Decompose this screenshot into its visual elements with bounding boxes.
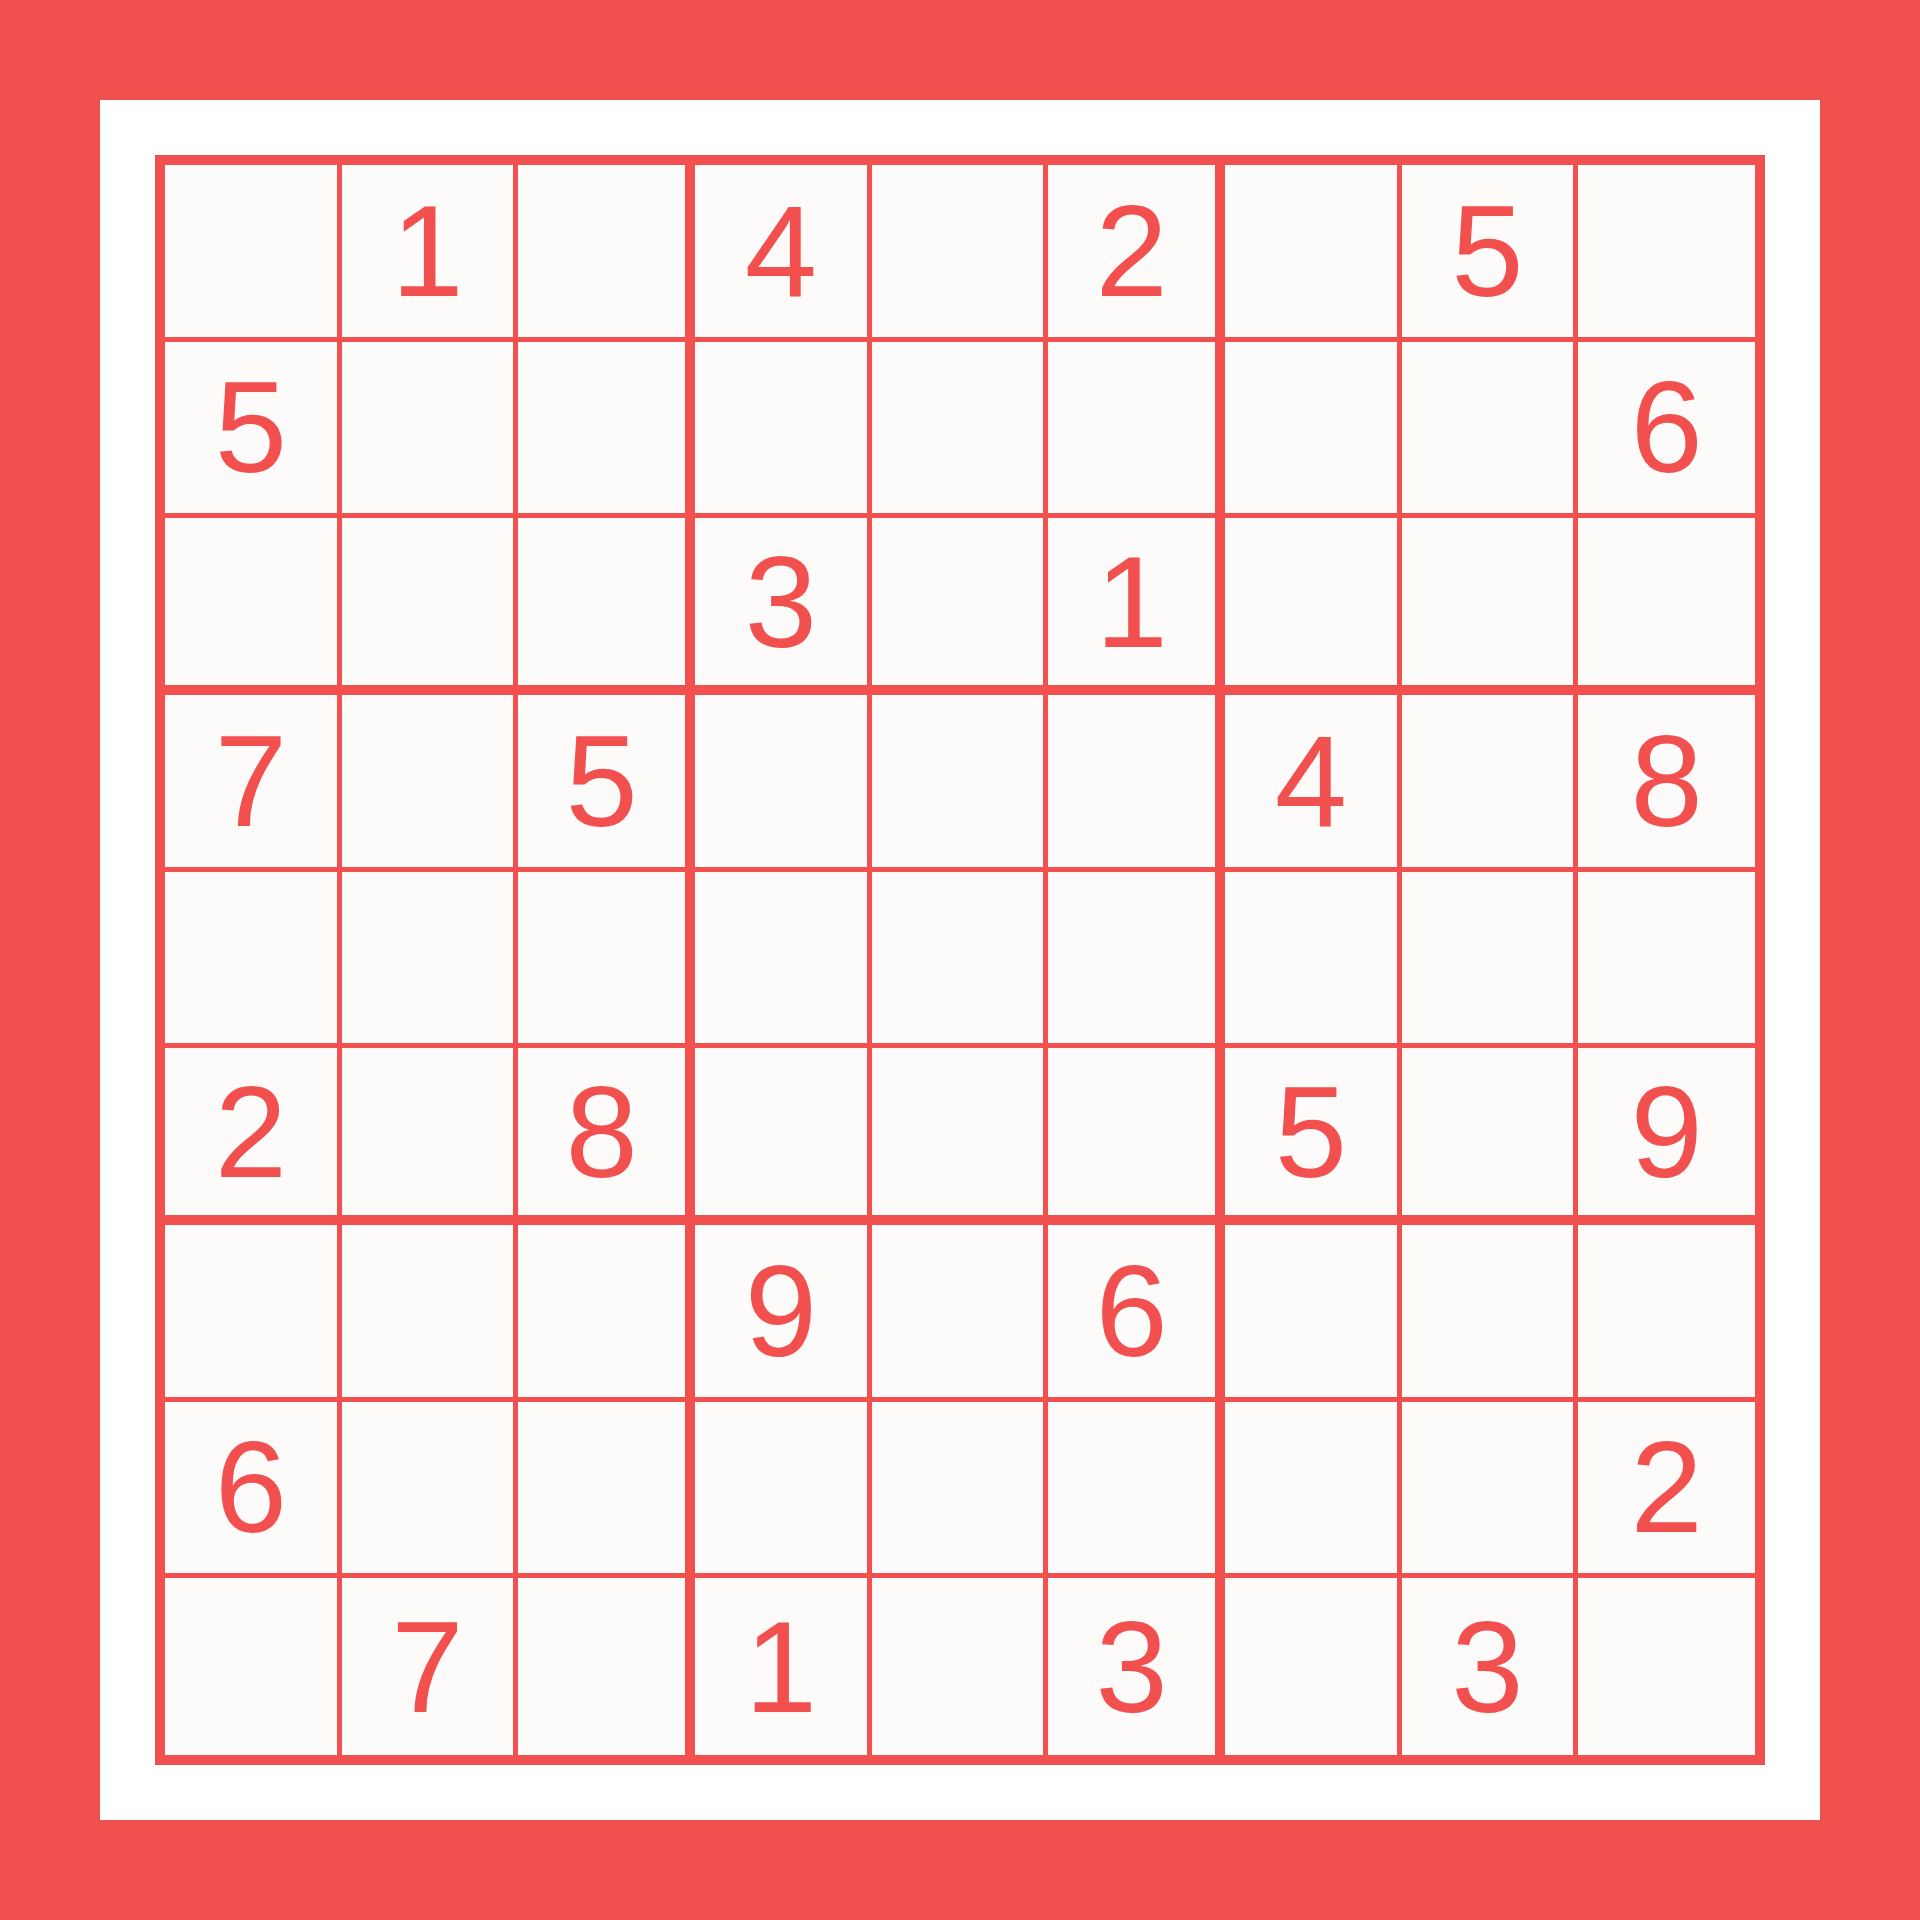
sudoku-cell-r5c1-empty[interactable] — [165, 872, 342, 1049]
sudoku-cell-r5c4-empty[interactable] — [695, 872, 872, 1049]
sudoku-cell-r7c6-given: 6 — [1048, 1225, 1225, 1402]
sudoku-cell-r2c7-empty[interactable] — [1225, 342, 1402, 519]
sudoku-cell-r2c4-empty[interactable] — [695, 342, 872, 519]
sudoku-cell-r4c4-empty[interactable] — [695, 695, 872, 872]
sudoku-cell-r5c2-empty[interactable] — [342, 872, 519, 1049]
sudoku-cell-r9c9-empty[interactable] — [1578, 1578, 1755, 1755]
sudoku-cell-r5c7-empty[interactable] — [1225, 872, 1402, 1049]
sudoku-cell-r4c1-given: 7 — [165, 695, 342, 872]
sudoku-cell-r5c6-empty[interactable] — [1048, 872, 1225, 1049]
sudoku-cell-r3c8-empty[interactable] — [1402, 518, 1579, 695]
sudoku-cell-r7c4-given: 9 — [695, 1225, 872, 1402]
sudoku-cell-r7c8-empty[interactable] — [1402, 1225, 1579, 1402]
sudoku-cell-r6c3-given: 8 — [518, 1048, 695, 1225]
sudoku-cell-r4c2-empty[interactable] — [342, 695, 519, 872]
sudoku-cell-r1c4-given: 4 — [695, 165, 872, 342]
sudoku-cell-r2c9-given: 6 — [1578, 342, 1755, 519]
sudoku-cell-r6c6-empty[interactable] — [1048, 1048, 1225, 1225]
sudoku-cell-r4c3-given: 5 — [518, 695, 695, 872]
sudoku-cell-r3c3-empty[interactable] — [518, 518, 695, 695]
sudoku-cell-r9c3-empty[interactable] — [518, 1578, 695, 1755]
sudoku-cell-r1c9-empty[interactable] — [1578, 165, 1755, 342]
sudoku-cell-r8c7-empty[interactable] — [1225, 1402, 1402, 1579]
sudoku-cell-r3c7-empty[interactable] — [1225, 518, 1402, 695]
sudoku-cell-r8c4-empty[interactable] — [695, 1402, 872, 1579]
sudoku-cell-r5c5-empty[interactable] — [872, 872, 1049, 1049]
sudoku-cell-r8c9-given: 2 — [1578, 1402, 1755, 1579]
sudoku-cell-r1c1-empty[interactable] — [165, 165, 342, 342]
sudoku-cell-r1c6-given: 2 — [1048, 165, 1225, 342]
sudoku-cell-r1c7-empty[interactable] — [1225, 165, 1402, 342]
sudoku-cell-r9c6-given: 3 — [1048, 1578, 1225, 1755]
white-board-panel: 142556317548285996627133 — [100, 100, 1820, 1820]
sudoku-cell-r2c8-empty[interactable] — [1402, 342, 1579, 519]
sudoku-cell-r7c3-empty[interactable] — [518, 1225, 695, 1402]
sudoku-cell-r4c7-given: 4 — [1225, 695, 1402, 872]
sudoku-cell-r1c5-empty[interactable] — [872, 165, 1049, 342]
sudoku-cell-r5c8-empty[interactable] — [1402, 872, 1579, 1049]
sudoku-cell-r8c5-empty[interactable] — [872, 1402, 1049, 1579]
sudoku-cell-r3c2-empty[interactable] — [342, 518, 519, 695]
sudoku-cell-r2c5-empty[interactable] — [872, 342, 1049, 519]
sudoku-cell-r9c7-empty[interactable] — [1225, 1578, 1402, 1755]
sudoku-cell-r6c7-given: 5 — [1225, 1048, 1402, 1225]
sudoku-cell-r2c3-empty[interactable] — [518, 342, 695, 519]
sudoku-cell-r7c7-empty[interactable] — [1225, 1225, 1402, 1402]
sudoku-cell-r6c4-empty[interactable] — [695, 1048, 872, 1225]
sudoku-cell-r5c3-empty[interactable] — [518, 872, 695, 1049]
sudoku-cell-r6c8-empty[interactable] — [1402, 1048, 1579, 1225]
sudoku-cell-r1c3-empty[interactable] — [518, 165, 695, 342]
sudoku-cell-r7c9-empty[interactable] — [1578, 1225, 1755, 1402]
sudoku-cell-r3c1-empty[interactable] — [165, 518, 342, 695]
sudoku-cell-r2c1-given: 5 — [165, 342, 342, 519]
sudoku-cell-r8c1-given: 6 — [165, 1402, 342, 1579]
sudoku-cell-r6c1-given: 2 — [165, 1048, 342, 1225]
sudoku-cell-r1c2-given: 1 — [342, 165, 519, 342]
sudoku-cell-r4c6-empty[interactable] — [1048, 695, 1225, 872]
page-background: { "game": "sudoku", "board": { "rows": 9… — [0, 0, 1920, 1920]
sudoku-cell-r8c3-empty[interactable] — [518, 1402, 695, 1579]
sudoku-cell-r7c1-empty[interactable] — [165, 1225, 342, 1402]
sudoku-cell-r6c5-empty[interactable] — [872, 1048, 1049, 1225]
sudoku-cell-r7c2-empty[interactable] — [342, 1225, 519, 1402]
sudoku-cell-r3c5-empty[interactable] — [872, 518, 1049, 695]
sudoku-cell-r4c5-empty[interactable] — [872, 695, 1049, 872]
sudoku-cell-r4c8-empty[interactable] — [1402, 695, 1579, 872]
sudoku-board: 142556317548285996627133 — [155, 155, 1765, 1765]
sudoku-cell-r8c6-empty[interactable] — [1048, 1402, 1225, 1579]
sudoku-cell-r6c2-empty[interactable] — [342, 1048, 519, 1225]
sudoku-cell-r3c9-empty[interactable] — [1578, 518, 1755, 695]
sudoku-cell-r6c9-given: 9 — [1578, 1048, 1755, 1225]
sudoku-cell-r2c6-empty[interactable] — [1048, 342, 1225, 519]
sudoku-cell-r5c9-empty[interactable] — [1578, 872, 1755, 1049]
sudoku-cell-r8c8-empty[interactable] — [1402, 1402, 1579, 1579]
sudoku-cell-r9c5-empty[interactable] — [872, 1578, 1049, 1755]
sudoku-cell-r3c6-given: 1 — [1048, 518, 1225, 695]
sudoku-cell-r9c1-empty[interactable] — [165, 1578, 342, 1755]
sudoku-cell-r8c2-empty[interactable] — [342, 1402, 519, 1579]
sudoku-cell-r7c5-empty[interactable] — [872, 1225, 1049, 1402]
sudoku-cell-r9c2-given: 7 — [342, 1578, 519, 1755]
sudoku-cell-r9c8-given: 3 — [1402, 1578, 1579, 1755]
sudoku-cell-r2c2-empty[interactable] — [342, 342, 519, 519]
sudoku-cell-r9c4-given: 1 — [695, 1578, 872, 1755]
sudoku-cell-r1c8-given: 5 — [1402, 165, 1579, 342]
sudoku-cell-r4c9-given: 8 — [1578, 695, 1755, 872]
sudoku-cell-r3c4-given: 3 — [695, 518, 872, 695]
